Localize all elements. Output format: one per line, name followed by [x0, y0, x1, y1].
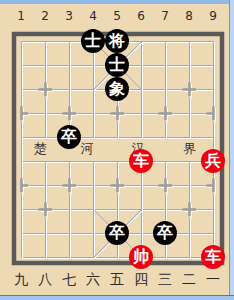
piece-black-general[interactable]: 将 — [105, 29, 129, 53]
piece-red-chariot[interactable]: 车 — [201, 245, 225, 269]
piece-black-soldier[interactable]: 卒 — [105, 221, 129, 245]
piece-black-advisor[interactable]: 士 — [81, 29, 105, 53]
piece-black-elephant[interactable]: 象 — [105, 77, 129, 101]
piece-black-soldier[interactable]: 卒 — [57, 125, 81, 149]
piece-red-general[interactable]: 帅 — [129, 245, 153, 269]
piece-black-advisor[interactable]: 士 — [105, 53, 129, 77]
piece-black-soldier[interactable]: 卒 — [153, 221, 177, 245]
piece-red-chariot[interactable]: 车 — [129, 149, 153, 173]
pieces-layer: 士将士象卒车兵卒卒帅车 — [0, 0, 234, 300]
xiangqi-board-window: 123456789九八七六五四三二一楚河汉界 士将士象卒车兵卒卒帅车 — [0, 0, 234, 300]
piece-red-soldier[interactable]: 兵 — [201, 149, 225, 173]
